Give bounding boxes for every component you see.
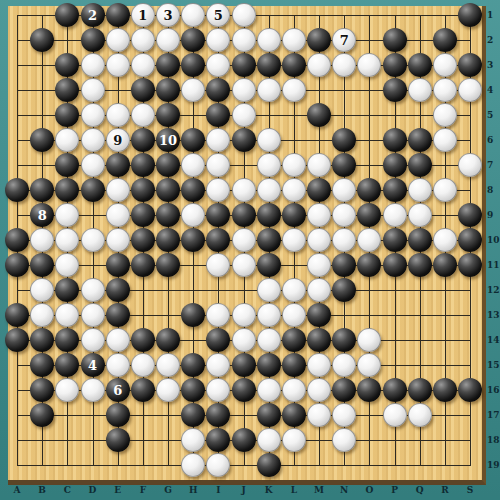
stone-black[interactable] <box>181 53 205 77</box>
stone-white[interactable] <box>458 78 482 102</box>
stone-white[interactable] <box>81 153 105 177</box>
stone-black[interactable] <box>55 103 79 127</box>
stone-black[interactable] <box>383 128 407 152</box>
column-label-D: D <box>89 485 97 495</box>
stone-white[interactable] <box>232 253 256 277</box>
stone-white[interactable] <box>206 53 230 77</box>
stone-black[interactable] <box>131 153 155 177</box>
stone-white[interactable] <box>257 378 281 402</box>
stone-white[interactable] <box>307 153 331 177</box>
stone-black[interactable] <box>181 28 205 52</box>
stone-black[interactable] <box>307 328 331 352</box>
stone-black[interactable] <box>357 378 381 402</box>
stone-white[interactable] <box>433 178 457 202</box>
stone-black[interactable] <box>232 128 256 152</box>
column-label-C: C <box>64 485 71 495</box>
stone-black[interactable] <box>257 453 281 477</box>
stone-white[interactable]: 1 <box>131 3 155 27</box>
stone-white[interactable] <box>232 328 256 352</box>
stone-white[interactable] <box>257 328 281 352</box>
stone-black[interactable] <box>106 303 130 327</box>
move-number-label: 6 <box>113 384 122 397</box>
stone-white[interactable] <box>55 303 79 327</box>
stone-black[interactable] <box>282 403 306 427</box>
stone-white[interactable] <box>433 128 457 152</box>
stone-white[interactable] <box>232 3 256 27</box>
stone-black[interactable]: 6 <box>106 378 130 402</box>
stone-white[interactable] <box>357 53 381 77</box>
stone-white[interactable] <box>257 303 281 327</box>
stone-black[interactable] <box>55 178 79 202</box>
stone-white[interactable] <box>106 203 130 227</box>
stone-black[interactable]: 4 <box>81 353 105 377</box>
stone-white[interactable] <box>206 28 230 52</box>
stone-white[interactable] <box>307 53 331 77</box>
stone-white[interactable] <box>332 428 356 452</box>
stone-black[interactable] <box>131 128 155 152</box>
stone-black[interactable] <box>106 403 130 427</box>
row-label-9: 9 <box>487 210 493 220</box>
stone-black[interactable] <box>30 328 54 352</box>
stone-white[interactable] <box>106 353 130 377</box>
column-label-A: A <box>14 485 21 495</box>
stone-black[interactable] <box>383 228 407 252</box>
stone-white[interactable] <box>55 203 79 227</box>
stone-white[interactable] <box>30 303 54 327</box>
row-label-11: 11 <box>487 260 500 270</box>
stone-black[interactable] <box>257 403 281 427</box>
stone-black[interactable] <box>408 128 432 152</box>
stone-white[interactable] <box>383 203 407 227</box>
stone-black[interactable] <box>206 103 230 127</box>
stone-white[interactable] <box>55 228 79 252</box>
stone-white[interactable] <box>257 78 281 102</box>
column-label-H: H <box>189 485 198 495</box>
stone-black[interactable] <box>282 353 306 377</box>
stone-black[interactable] <box>181 403 205 427</box>
stone-black[interactable] <box>332 378 356 402</box>
stone-black[interactable] <box>206 403 230 427</box>
stone-black[interactable]: 8 <box>30 203 54 227</box>
stone-black[interactable] <box>458 3 482 27</box>
stone-black[interactable] <box>55 328 79 352</box>
stone-white[interactable] <box>106 53 130 77</box>
stone-white[interactable] <box>332 203 356 227</box>
stone-black[interactable] <box>307 303 331 327</box>
stone-black[interactable] <box>131 253 155 277</box>
stone-black[interactable] <box>232 353 256 377</box>
stone-black[interactable] <box>307 28 331 52</box>
stone-black[interactable] <box>357 178 381 202</box>
column-label-G: G <box>164 485 172 495</box>
stone-white[interactable] <box>106 328 130 352</box>
grid-line-horizontal <box>17 465 471 466</box>
stone-black[interactable] <box>5 228 29 252</box>
row-label-12: 12 <box>487 285 500 295</box>
stone-white[interactable]: 3 <box>156 3 180 27</box>
move-number-label: 7 <box>340 34 349 47</box>
stone-black[interactable] <box>408 153 432 177</box>
stone-black[interactable] <box>408 53 432 77</box>
stone-black[interactable] <box>30 178 54 202</box>
column-label-Q: Q <box>416 485 424 495</box>
stone-white[interactable] <box>181 453 205 477</box>
stone-black[interactable] <box>156 178 180 202</box>
move-number-label: 10 <box>159 134 177 147</box>
stone-black[interactable] <box>282 203 306 227</box>
stone-black[interactable] <box>282 328 306 352</box>
stone-black[interactable] <box>181 378 205 402</box>
row-label-16: 16 <box>487 385 500 395</box>
stone-black[interactable] <box>55 353 79 377</box>
stone-black[interactable] <box>332 153 356 177</box>
stone-white[interactable] <box>307 228 331 252</box>
stone-black[interactable] <box>458 53 482 77</box>
stone-white[interactable] <box>282 428 306 452</box>
stone-black[interactable] <box>232 53 256 77</box>
stone-white[interactable] <box>232 103 256 127</box>
stone-white[interactable] <box>408 78 432 102</box>
column-label-K: K <box>265 485 273 495</box>
column-label-S: S <box>467 485 474 495</box>
stone-black[interactable] <box>206 203 230 227</box>
stone-white[interactable] <box>81 278 105 302</box>
stone-black[interactable] <box>458 378 482 402</box>
stone-black[interactable]: 10 <box>156 128 180 152</box>
stone-black[interactable] <box>156 328 180 352</box>
stone-black[interactable] <box>232 428 256 452</box>
stone-white[interactable] <box>433 228 457 252</box>
stone-white[interactable] <box>81 103 105 127</box>
stone-black[interactable] <box>181 228 205 252</box>
move-number-label: 5 <box>214 9 223 22</box>
stone-white[interactable] <box>357 328 381 352</box>
stone-white[interactable] <box>106 103 130 127</box>
stone-black[interactable] <box>156 53 180 77</box>
row-label-8: 8 <box>487 185 493 195</box>
stone-white[interactable] <box>257 153 281 177</box>
stone-black[interactable] <box>156 103 180 127</box>
stone-black[interactable] <box>156 228 180 252</box>
stone-black[interactable] <box>206 428 230 452</box>
stone-white[interactable] <box>282 278 306 302</box>
stone-white[interactable] <box>408 178 432 202</box>
stone-black[interactable] <box>332 128 356 152</box>
stone-white[interactable]: 7 <box>332 28 356 52</box>
stone-white[interactable]: 5 <box>206 3 230 27</box>
stone-white[interactable] <box>232 78 256 102</box>
row-label-6: 6 <box>487 135 493 145</box>
stone-white[interactable] <box>55 253 79 277</box>
stone-white[interactable] <box>156 28 180 52</box>
stone-black[interactable] <box>106 428 130 452</box>
stone-white[interactable] <box>307 253 331 277</box>
stone-white[interactable] <box>232 28 256 52</box>
stone-white[interactable] <box>282 378 306 402</box>
stone-black[interactable] <box>357 253 381 277</box>
stone-black[interactable] <box>458 253 482 277</box>
stone-white[interactable] <box>206 178 230 202</box>
stone-black[interactable] <box>332 253 356 277</box>
row-label-15: 15 <box>487 360 500 370</box>
stone-white[interactable] <box>131 353 155 377</box>
stone-white[interactable] <box>156 353 180 377</box>
stone-black[interactable] <box>30 253 54 277</box>
stone-white[interactable] <box>282 178 306 202</box>
column-label-M: M <box>314 485 324 495</box>
go-game-screenshot: 21357910846 ABCDEFGHIJKLMNOPQRS123456789… <box>0 0 500 500</box>
stone-white[interactable] <box>332 353 356 377</box>
stone-black[interactable] <box>131 203 155 227</box>
stone-white[interactable] <box>282 153 306 177</box>
stone-black[interactable] <box>106 3 130 27</box>
stone-black[interactable] <box>206 228 230 252</box>
move-number-label: 2 <box>88 9 97 22</box>
stone-black[interactable] <box>156 253 180 277</box>
stone-white[interactable] <box>433 53 457 77</box>
stone-white[interactable] <box>206 128 230 152</box>
stone-black[interactable] <box>81 178 105 202</box>
stone-white[interactable] <box>81 228 105 252</box>
move-number-label: 9 <box>113 134 122 147</box>
row-label-3: 3 <box>487 60 493 70</box>
stone-white[interactable] <box>307 203 331 227</box>
stone-white[interactable] <box>206 153 230 177</box>
stone-white[interactable] <box>206 253 230 277</box>
column-label-R: R <box>441 485 448 495</box>
stone-white[interactable] <box>307 403 331 427</box>
move-number-label: 8 <box>38 209 47 222</box>
stone-black[interactable] <box>408 253 432 277</box>
stone-white[interactable] <box>81 303 105 327</box>
stone-white[interactable] <box>55 378 79 402</box>
stone-white[interactable] <box>131 103 155 127</box>
stone-white[interactable] <box>81 328 105 352</box>
stone-white[interactable] <box>181 428 205 452</box>
stone-black[interactable] <box>257 53 281 77</box>
stone-black[interactable] <box>383 378 407 402</box>
stone-black[interactable] <box>5 178 29 202</box>
stone-black[interactable] <box>131 228 155 252</box>
row-label-5: 5 <box>487 110 493 120</box>
column-label-O: O <box>365 485 373 495</box>
stone-black[interactable] <box>257 203 281 227</box>
stone-white[interactable] <box>81 128 105 152</box>
stone-white[interactable] <box>257 28 281 52</box>
stone-black[interactable] <box>106 278 130 302</box>
stone-white[interactable] <box>106 228 130 252</box>
column-label-N: N <box>340 485 348 495</box>
stone-black[interactable] <box>131 178 155 202</box>
stone-black[interactable] <box>131 378 155 402</box>
stone-black[interactable] <box>332 278 356 302</box>
stone-black[interactable] <box>307 103 331 127</box>
stone-black[interactable] <box>408 378 432 402</box>
stone-white[interactable] <box>433 78 457 102</box>
column-label-L: L <box>291 485 297 495</box>
stone-white[interactable] <box>81 78 105 102</box>
stone-black[interactable] <box>458 203 482 227</box>
stone-black[interactable] <box>433 28 457 52</box>
stone-white[interactable] <box>282 78 306 102</box>
stone-black[interactable] <box>232 378 256 402</box>
stone-white[interactable] <box>282 28 306 52</box>
stone-black[interactable] <box>433 253 457 277</box>
stone-black[interactable] <box>332 328 356 352</box>
stone-white[interactable] <box>332 228 356 252</box>
stone-white[interactable] <box>408 203 432 227</box>
stone-white[interactable] <box>81 378 105 402</box>
stone-black[interactable] <box>156 203 180 227</box>
stone-black[interactable] <box>282 53 306 77</box>
row-label-7: 7 <box>487 160 493 170</box>
column-label-B: B <box>38 485 46 495</box>
stone-black[interactable] <box>156 78 180 102</box>
stone-black[interactable] <box>30 378 54 402</box>
stone-black[interactable] <box>81 28 105 52</box>
stone-black[interactable] <box>383 78 407 102</box>
move-number-label: 3 <box>163 9 172 22</box>
stone-black[interactable] <box>206 78 230 102</box>
stone-black[interactable] <box>106 253 130 277</box>
stone-white[interactable] <box>30 278 54 302</box>
stone-white[interactable] <box>433 103 457 127</box>
move-number-label: 1 <box>138 9 147 22</box>
stone-black[interactable] <box>30 128 54 152</box>
stone-black[interactable] <box>181 128 205 152</box>
stone-black[interactable] <box>55 3 79 27</box>
stone-black[interactable] <box>408 228 432 252</box>
stone-black[interactable] <box>383 153 407 177</box>
stone-white[interactable] <box>408 403 432 427</box>
stone-black[interactable] <box>232 203 256 227</box>
stone-black[interactable] <box>30 353 54 377</box>
stone-white[interactable] <box>257 128 281 152</box>
stone-white[interactable] <box>307 378 331 402</box>
stone-white[interactable] <box>181 203 205 227</box>
stone-black[interactable] <box>257 253 281 277</box>
stone-white[interactable] <box>131 53 155 77</box>
stone-black[interactable] <box>307 178 331 202</box>
stone-black[interactable] <box>156 153 180 177</box>
stone-white[interactable] <box>232 178 256 202</box>
stone-black[interactable] <box>30 403 54 427</box>
stone-black[interactable] <box>357 203 381 227</box>
stone-black[interactable] <box>383 28 407 52</box>
stone-black[interactable] <box>30 28 54 52</box>
stone-white[interactable] <box>206 378 230 402</box>
stone-black[interactable] <box>206 328 230 352</box>
stone-white[interactable] <box>357 353 381 377</box>
row-label-14: 14 <box>487 335 500 345</box>
stone-black[interactable] <box>55 278 79 302</box>
stone-black[interactable] <box>181 303 205 327</box>
stone-black[interactable] <box>5 253 29 277</box>
row-label-1: 1 <box>487 10 493 20</box>
stone-black[interactable] <box>383 253 407 277</box>
stone-black[interactable] <box>383 178 407 202</box>
stone-white[interactable] <box>181 78 205 102</box>
stone-white[interactable] <box>232 228 256 252</box>
stone-white[interactable] <box>332 403 356 427</box>
stone-white[interactable] <box>257 178 281 202</box>
stone-black[interactable] <box>5 328 29 352</box>
stone-black[interactable] <box>383 53 407 77</box>
column-label-I: I <box>216 485 220 495</box>
stone-white[interactable] <box>206 453 230 477</box>
stone-white[interactable] <box>181 153 205 177</box>
stone-black[interactable] <box>458 228 482 252</box>
stone-white[interactable] <box>332 53 356 77</box>
row-label-18: 18 <box>487 435 500 445</box>
stone-white[interactable] <box>307 278 331 302</box>
stone-black[interactable] <box>55 78 79 102</box>
column-label-E: E <box>114 485 121 495</box>
row-label-4: 4 <box>487 85 493 95</box>
stone-black[interactable] <box>106 153 130 177</box>
stone-white[interactable] <box>106 28 130 52</box>
column-label-F: F <box>140 485 146 495</box>
stone-white[interactable] <box>156 378 180 402</box>
stone-black[interactable] <box>433 378 457 402</box>
go-board[interactable]: 21357910846 <box>8 6 486 485</box>
column-label-J: J <box>241 485 245 495</box>
row-label-10: 10 <box>487 235 500 245</box>
stone-white[interactable] <box>55 128 79 152</box>
stone-white[interactable] <box>206 303 230 327</box>
stone-white[interactable] <box>81 53 105 77</box>
stone-white[interactable] <box>458 153 482 177</box>
stone-black[interactable] <box>257 353 281 377</box>
move-number-label: 4 <box>88 359 97 372</box>
stone-white[interactable] <box>181 3 205 27</box>
row-label-19: 19 <box>487 460 500 470</box>
row-label-13: 13 <box>487 310 500 320</box>
stone-black[interactable] <box>181 353 205 377</box>
stone-black[interactable] <box>181 178 205 202</box>
stone-white[interactable] <box>383 403 407 427</box>
stone-white[interactable] <box>332 178 356 202</box>
stone-white[interactable] <box>106 178 130 202</box>
stone-white[interactable]: 9 <box>106 128 130 152</box>
stone-white[interactable] <box>232 303 256 327</box>
stone-black[interactable] <box>257 228 281 252</box>
stone-white[interactable] <box>282 303 306 327</box>
stone-white[interactable] <box>206 353 230 377</box>
stone-black[interactable]: 2 <box>81 3 105 27</box>
stone-black[interactable] <box>55 153 79 177</box>
stone-white[interactable] <box>357 228 381 252</box>
stone-white[interactable] <box>131 28 155 52</box>
stone-black[interactable] <box>5 303 29 327</box>
column-label-P: P <box>391 485 398 495</box>
stone-white[interactable] <box>257 278 281 302</box>
row-label-2: 2 <box>487 35 493 45</box>
stone-black[interactable] <box>131 78 155 102</box>
row-label-17: 17 <box>487 410 500 420</box>
stone-white[interactable] <box>257 428 281 452</box>
stone-black[interactable] <box>55 53 79 77</box>
stone-black[interactable] <box>131 328 155 352</box>
stone-white[interactable] <box>307 353 331 377</box>
stone-white[interactable] <box>30 228 54 252</box>
stone-white[interactable] <box>282 228 306 252</box>
